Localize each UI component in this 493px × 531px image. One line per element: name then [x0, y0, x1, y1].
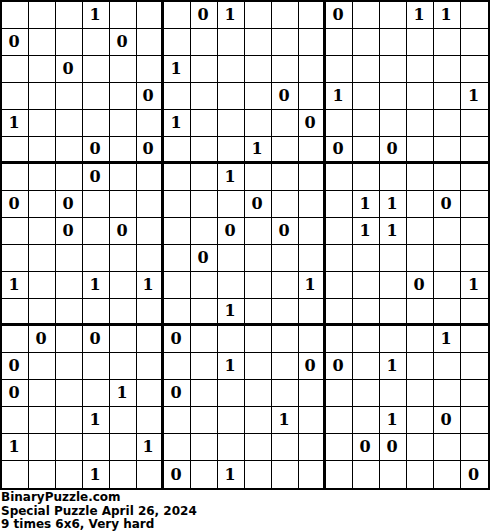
cell-r13c17[interactable]: [461, 353, 488, 380]
cell-r13c4[interactable]: [110, 353, 137, 380]
cell-r5c6[interactable]: [164, 137, 191, 164]
cell-r10c13[interactable]: [353, 272, 380, 299]
cell-r7c12[interactable]: [326, 191, 353, 218]
cell-r10c9[interactable]: [245, 272, 272, 299]
cell-r14c1[interactable]: [29, 380, 56, 407]
cell-r10c4[interactable]: [110, 272, 137, 299]
cell-r0c0[interactable]: [2, 2, 29, 29]
cell-r3c9[interactable]: [245, 83, 272, 110]
cell-r12c17[interactable]: [461, 326, 488, 353]
cell-r6c11[interactable]: [299, 164, 326, 191]
cell-r1c5[interactable]: [137, 29, 164, 56]
cell-r10c1[interactable]: [29, 272, 56, 299]
cell-r0c3: 1: [83, 2, 110, 29]
given-digit: 0: [197, 7, 208, 23]
cell-r1c8[interactable]: [218, 29, 245, 56]
cell-r7c17[interactable]: [461, 191, 488, 218]
cell-r0c4[interactable]: [110, 2, 137, 29]
cell-r4c8[interactable]: [218, 110, 245, 137]
cell-r17c0[interactable]: [2, 461, 29, 488]
cell-r10c0: 1: [2, 272, 29, 299]
cell-r11c14[interactable]: [380, 299, 407, 326]
cell-r12c7[interactable]: [191, 326, 218, 353]
cell-r6c16[interactable]: [434, 164, 461, 191]
cell-r1c15[interactable]: [407, 29, 434, 56]
cell-r14c7[interactable]: [191, 380, 218, 407]
cell-r1c10[interactable]: [272, 29, 299, 56]
cell-r4c15[interactable]: [407, 110, 434, 137]
cell-r12c4[interactable]: [110, 326, 137, 353]
given-digit: 0: [468, 467, 479, 483]
cell-r4c17[interactable]: [461, 110, 488, 137]
cell-r12c15[interactable]: [407, 326, 434, 353]
cell-r2c8[interactable]: [218, 56, 245, 83]
given-digit: 1: [89, 277, 100, 293]
cell-r4c3[interactable]: [83, 110, 110, 137]
cell-r17c12[interactable]: [326, 461, 353, 488]
cell-r4c10[interactable]: [272, 110, 299, 137]
cell-r9c5[interactable]: [137, 245, 164, 272]
cell-r9c14[interactable]: [380, 245, 407, 272]
cell-r15c8[interactable]: [218, 407, 245, 434]
cell-r15c5[interactable]: [137, 407, 164, 434]
cell-r11c7[interactable]: [191, 299, 218, 326]
cell-r3c13[interactable]: [353, 83, 380, 110]
given-digit: 1: [224, 303, 235, 319]
cell-r9c10[interactable]: [272, 245, 299, 272]
cell-r0c17[interactable]: [461, 2, 488, 29]
cell-r5c17[interactable]: [461, 137, 488, 164]
cell-r15c1[interactable]: [29, 407, 56, 434]
cell-r1c2[interactable]: [56, 29, 83, 56]
cell-r15c17[interactable]: [461, 407, 488, 434]
cell-r0c10[interactable]: [272, 2, 299, 29]
cell-r14c8[interactable]: [218, 380, 245, 407]
given-digit: 1: [359, 196, 370, 212]
cell-r13c3[interactable]: [83, 353, 110, 380]
cell-r10c6[interactable]: [164, 272, 191, 299]
cell-r12c8[interactable]: [218, 326, 245, 353]
cell-r8c1[interactable]: [29, 218, 56, 245]
cell-r1c14[interactable]: [380, 29, 407, 56]
cell-r14c15[interactable]: [407, 380, 434, 407]
cell-r15c13[interactable]: [353, 407, 380, 434]
cell-r17c7[interactable]: [191, 461, 218, 488]
cell-r5c15[interactable]: [407, 137, 434, 164]
cell-r9c15[interactable]: [407, 245, 434, 272]
cell-r11c15[interactable]: [407, 299, 434, 326]
cell-r16c4[interactable]: [110, 434, 137, 461]
cell-r3c7[interactable]: [191, 83, 218, 110]
cell-r6c2[interactable]: [56, 164, 83, 191]
cell-r10c2[interactable]: [56, 272, 83, 299]
cell-r7c10[interactable]: [272, 191, 299, 218]
cell-r0c1[interactable]: [29, 2, 56, 29]
cell-r17c11[interactable]: [299, 461, 326, 488]
cell-r9c7: 0: [191, 245, 218, 272]
given-digit: 0: [35, 331, 46, 347]
cell-r14c3[interactable]: [83, 380, 110, 407]
cell-r12c0[interactable]: [2, 326, 29, 353]
cell-r7c1[interactable]: [29, 191, 56, 218]
cell-r15c9[interactable]: [245, 407, 272, 434]
cell-r16c7[interactable]: [191, 434, 218, 461]
cell-r4c2[interactable]: [56, 110, 83, 137]
cell-r9c17[interactable]: [461, 245, 488, 272]
cell-r1c12[interactable]: [326, 29, 353, 56]
cell-r3c16[interactable]: [434, 83, 461, 110]
cell-r13c15[interactable]: [407, 353, 434, 380]
cell-r10c16[interactable]: [434, 272, 461, 299]
cell-r2c4[interactable]: [110, 56, 137, 83]
cell-r3c0[interactable]: [2, 83, 29, 110]
cell-r13c16[interactable]: [434, 353, 461, 380]
cell-r5c5: 0: [137, 137, 164, 164]
cell-r7c11[interactable]: [299, 191, 326, 218]
cell-r3c3[interactable]: [83, 83, 110, 110]
cell-r0c9[interactable]: [245, 2, 272, 29]
given-digit: 0: [278, 223, 289, 239]
cell-r3c15[interactable]: [407, 83, 434, 110]
cell-r3c6[interactable]: [164, 83, 191, 110]
cell-r16c11[interactable]: [299, 434, 326, 461]
cell-r2c13[interactable]: [353, 56, 380, 83]
cell-r3c11[interactable]: [299, 83, 326, 110]
cell-r17c6: 0: [164, 461, 191, 488]
cell-r17c10[interactable]: [272, 461, 299, 488]
cell-r12c9[interactable]: [245, 326, 272, 353]
cell-r1c9[interactable]: [245, 29, 272, 56]
cell-r16c12[interactable]: [326, 434, 353, 461]
cell-r11c4[interactable]: [110, 299, 137, 326]
cell-r2c16[interactable]: [434, 56, 461, 83]
given-digit: 0: [116, 223, 127, 239]
cell-r12c16: 1: [434, 326, 461, 353]
cell-r11c17[interactable]: [461, 299, 488, 326]
cell-r14c9[interactable]: [245, 380, 272, 407]
given-digit: 0: [62, 196, 73, 212]
cell-r13c2[interactable]: [56, 353, 83, 380]
cell-r16c10[interactable]: [272, 434, 299, 461]
cell-r2c3[interactable]: [83, 56, 110, 83]
cell-r9c1[interactable]: [29, 245, 56, 272]
given-digit: 1: [89, 7, 100, 23]
cell-r0c13[interactable]: [353, 2, 380, 29]
cell-r9c9[interactable]: [245, 245, 272, 272]
cell-r9c0[interactable]: [2, 245, 29, 272]
cell-r17c13[interactable]: [353, 461, 380, 488]
cell-r4c9[interactable]: [245, 110, 272, 137]
cell-r17c4[interactable]: [110, 461, 137, 488]
cell-r6c13[interactable]: [353, 164, 380, 191]
cell-r15c11[interactable]: [299, 407, 326, 434]
cell-r17c16[interactable]: [434, 461, 461, 488]
cell-r11c6[interactable]: [164, 299, 191, 326]
cell-r6c10[interactable]: [272, 164, 299, 191]
cell-r11c9[interactable]: [245, 299, 272, 326]
cell-r13c7[interactable]: [191, 353, 218, 380]
cell-r1c7[interactable]: [191, 29, 218, 56]
cell-r0c11[interactable]: [299, 2, 326, 29]
cell-r16c13: 0: [353, 434, 380, 461]
given-digit: 1: [304, 277, 315, 293]
given-digit: 0: [170, 385, 181, 401]
cell-r6c5[interactable]: [137, 164, 164, 191]
cell-r8c6[interactable]: [164, 218, 191, 245]
cell-r2c5[interactable]: [137, 56, 164, 83]
cell-r12c10[interactable]: [272, 326, 299, 353]
cell-r14c14[interactable]: [380, 380, 407, 407]
cell-r5c4[interactable]: [110, 137, 137, 164]
cell-r8c11[interactable]: [299, 218, 326, 245]
cell-r9c6[interactable]: [164, 245, 191, 272]
cell-r15c0[interactable]: [2, 407, 29, 434]
given-digit: 0: [170, 331, 181, 347]
cell-r15c7[interactable]: [191, 407, 218, 434]
cell-r4c13[interactable]: [353, 110, 380, 137]
cell-r4c16[interactable]: [434, 110, 461, 137]
cell-r3c14[interactable]: [380, 83, 407, 110]
cell-r14c6: 0: [164, 380, 191, 407]
cell-r11c13[interactable]: [353, 299, 380, 326]
cell-r2c9[interactable]: [245, 56, 272, 83]
cell-r2c0[interactable]: [2, 56, 29, 83]
cell-r6c9[interactable]: [245, 164, 272, 191]
cell-r15c12[interactable]: [326, 407, 353, 434]
cell-r13c13[interactable]: [353, 353, 380, 380]
cell-r12c14[interactable]: [380, 326, 407, 353]
cell-r5c16[interactable]: [434, 137, 461, 164]
cell-r9c2[interactable]: [56, 245, 83, 272]
cell-r4c1[interactable]: [29, 110, 56, 137]
cell-r17c14[interactable]: [380, 461, 407, 488]
cell-r3c1[interactable]: [29, 83, 56, 110]
cell-r6c1[interactable]: [29, 164, 56, 191]
cell-r6c17[interactable]: [461, 164, 488, 191]
cell-r10c11: 1: [299, 272, 326, 299]
cell-r6c0[interactable]: [2, 164, 29, 191]
given-digit: 1: [89, 412, 100, 428]
cell-r2c17[interactable]: [461, 56, 488, 83]
cell-r17c9[interactable]: [245, 461, 272, 488]
cell-r3c2[interactable]: [56, 83, 83, 110]
given-digit: 1: [440, 331, 451, 347]
cell-r4c11: 0: [299, 110, 326, 137]
cell-r5c0[interactable]: [2, 137, 29, 164]
cell-r14c10[interactable]: [272, 380, 299, 407]
cell-r16c9[interactable]: [245, 434, 272, 461]
cell-r10c7[interactable]: [191, 272, 218, 299]
cell-r11c3[interactable]: [83, 299, 110, 326]
cell-r7c4[interactable]: [110, 191, 137, 218]
given-digit: 0: [197, 250, 208, 266]
cell-r14c2[interactable]: [56, 380, 83, 407]
cell-r7c7[interactable]: [191, 191, 218, 218]
cell-r12c11[interactable]: [299, 326, 326, 353]
cell-r2c1[interactable]: [29, 56, 56, 83]
cell-r4c14[interactable]: [380, 110, 407, 137]
cell-r11c0[interactable]: [2, 299, 29, 326]
cell-r8c12[interactable]: [326, 218, 353, 245]
cell-r7c15[interactable]: [407, 191, 434, 218]
cell-r1c16[interactable]: [434, 29, 461, 56]
cell-r15c15[interactable]: [407, 407, 434, 434]
caption-puzzle-date: Special Puzzle April 26, 2024: [1, 505, 493, 519]
cell-r7c5[interactable]: [137, 191, 164, 218]
cell-r16c1[interactable]: [29, 434, 56, 461]
cell-r16c3[interactable]: [83, 434, 110, 461]
cell-r3c8[interactable]: [218, 83, 245, 110]
cell-r8c10: 0: [272, 218, 299, 245]
cell-r1c6[interactable]: [164, 29, 191, 56]
cell-r17c2[interactable]: [56, 461, 83, 488]
given-digit: 1: [332, 88, 343, 104]
cell-r3c10: 0: [272, 83, 299, 110]
cell-r17c1[interactable]: [29, 461, 56, 488]
cell-r10c14[interactable]: [380, 272, 407, 299]
cell-r13c10[interactable]: [272, 353, 299, 380]
cell-r11c2[interactable]: [56, 299, 83, 326]
cell-r13c11: 0: [299, 353, 326, 380]
cell-r13c5[interactable]: [137, 353, 164, 380]
cell-r13c12: 0: [326, 353, 353, 380]
cell-r12c12[interactable]: [326, 326, 353, 353]
cell-r10c12[interactable]: [326, 272, 353, 299]
cell-r4c0: 1: [2, 110, 29, 137]
cell-r16c15[interactable]: [407, 434, 434, 461]
cell-r2c7[interactable]: [191, 56, 218, 83]
given-digit: 0: [89, 169, 100, 185]
cell-r13c1[interactable]: [29, 353, 56, 380]
cell-r16c2[interactable]: [56, 434, 83, 461]
cell-r11c5[interactable]: [137, 299, 164, 326]
cell-r4c4[interactable]: [110, 110, 137, 137]
cell-r14c13[interactable]: [353, 380, 380, 407]
cell-r0c2[interactable]: [56, 2, 83, 29]
given-digit: 1: [278, 412, 289, 428]
cell-r2c11[interactable]: [299, 56, 326, 83]
cell-r14c17[interactable]: [461, 380, 488, 407]
cell-r14c16[interactable]: [434, 380, 461, 407]
cell-r8c0[interactable]: [2, 218, 29, 245]
cell-r7c2: 0: [56, 191, 83, 218]
cell-r6c14[interactable]: [380, 164, 407, 191]
cell-r12c5[interactable]: [137, 326, 164, 353]
cell-r14c11[interactable]: [299, 380, 326, 407]
given-digit: 1: [116, 385, 127, 401]
cell-r12c13[interactable]: [353, 326, 380, 353]
cell-r9c8[interactable]: [218, 245, 245, 272]
cell-r5c8[interactable]: [218, 137, 245, 164]
cell-r15c4[interactable]: [110, 407, 137, 434]
cell-r0c5[interactable]: [137, 2, 164, 29]
cell-r5c7[interactable]: [191, 137, 218, 164]
cell-r1c1[interactable]: [29, 29, 56, 56]
cell-r5c13[interactable]: [353, 137, 380, 164]
cell-r8c7[interactable]: [191, 218, 218, 245]
cell-r13c6[interactable]: [164, 353, 191, 380]
cell-r6c7[interactable]: [191, 164, 218, 191]
cell-r12c2[interactable]: [56, 326, 83, 353]
cell-r4c7[interactable]: [191, 110, 218, 137]
cell-r6c4[interactable]: [110, 164, 137, 191]
cell-r5c3: 0: [83, 137, 110, 164]
cell-r10c8[interactable]: [218, 272, 245, 299]
cell-r1c3[interactable]: [83, 29, 110, 56]
cell-r14c5[interactable]: [137, 380, 164, 407]
cell-r7c6[interactable]: [164, 191, 191, 218]
cell-r5c14: 0: [380, 137, 407, 164]
cell-r0c14[interactable]: [380, 2, 407, 29]
cell-r2c14[interactable]: [380, 56, 407, 83]
cell-r16c8[interactable]: [218, 434, 245, 461]
cell-r4c5[interactable]: [137, 110, 164, 137]
cell-r4c12[interactable]: [326, 110, 353, 137]
cell-r2c12[interactable]: [326, 56, 353, 83]
cell-r9c11[interactable]: [299, 245, 326, 272]
given-digit: 1: [8, 439, 19, 455]
cell-r17c5[interactable]: [137, 461, 164, 488]
cell-r9c3[interactable]: [83, 245, 110, 272]
cell-r10c10[interactable]: [272, 272, 299, 299]
cell-r0c6[interactable]: [164, 2, 191, 29]
cell-r1c13[interactable]: [353, 29, 380, 56]
cell-r11c16[interactable]: [434, 299, 461, 326]
cell-r6c6[interactable]: [164, 164, 191, 191]
cell-r11c11[interactable]: [299, 299, 326, 326]
cell-r14c12[interactable]: [326, 380, 353, 407]
cell-r5c10[interactable]: [272, 137, 299, 164]
cell-r8c3[interactable]: [83, 218, 110, 245]
cell-r9c16[interactable]: [434, 245, 461, 272]
cell-r2c15[interactable]: [407, 56, 434, 83]
cell-r9c4[interactable]: [110, 245, 137, 272]
cell-r14c4: 1: [110, 380, 137, 407]
cell-r5c2[interactable]: [56, 137, 83, 164]
cell-r17c15[interactable]: [407, 461, 434, 488]
cell-r11c12[interactable]: [326, 299, 353, 326]
cell-r7c3[interactable]: [83, 191, 110, 218]
cell-r7c8[interactable]: [218, 191, 245, 218]
cell-r8c16[interactable]: [434, 218, 461, 245]
given-digit: 0: [8, 385, 19, 401]
cell-r8c9[interactable]: [245, 218, 272, 245]
cell-r11c1[interactable]: [29, 299, 56, 326]
cell-r6c12[interactable]: [326, 164, 353, 191]
cell-r11c10[interactable]: [272, 299, 299, 326]
cell-r15c6[interactable]: [164, 407, 191, 434]
cell-r5c11[interactable]: [299, 137, 326, 164]
cell-r16c0: 1: [2, 434, 29, 461]
cell-r1c11[interactable]: [299, 29, 326, 56]
cell-r8c15[interactable]: [407, 218, 434, 245]
cell-r9c12[interactable]: [326, 245, 353, 272]
cell-r8c5[interactable]: [137, 218, 164, 245]
cell-r16c6[interactable]: [164, 434, 191, 461]
cell-r3c4[interactable]: [110, 83, 137, 110]
cell-r5c1[interactable]: [29, 137, 56, 164]
cell-r1c17[interactable]: [461, 29, 488, 56]
cell-r15c2[interactable]: [56, 407, 83, 434]
cell-r13c9[interactable]: [245, 353, 272, 380]
cell-r16c17[interactable]: [461, 434, 488, 461]
cell-r16c16[interactable]: [434, 434, 461, 461]
cell-r6c15[interactable]: [407, 164, 434, 191]
cell-r8c17[interactable]: [461, 218, 488, 245]
cell-r9c13[interactable]: [353, 245, 380, 272]
cell-r2c10[interactable]: [272, 56, 299, 83]
given-digit: 0: [278, 88, 289, 104]
